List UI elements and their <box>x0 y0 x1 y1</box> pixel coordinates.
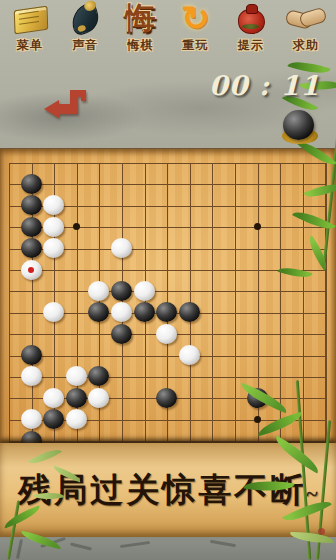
white-stone <box>43 195 64 215</box>
board-cell-8-10[interactable] <box>178 366 201 387</box>
toolbar: 菜单 声音 悔 悔棋 ↻ 重玩 提示 求助 <box>0 0 336 56</box>
board-cell-2-5[interactable] <box>42 259 65 280</box>
board-cell-9-12[interactable] <box>201 409 224 430</box>
board-cell-14-13[interactable] <box>314 430 336 444</box>
board-cell-6-13[interactable] <box>133 430 156 444</box>
board-cell-0-2[interactable] <box>0 195 20 216</box>
board-cell-7-5[interactable] <box>155 259 178 280</box>
board-cell-6-8[interactable] <box>133 323 156 344</box>
board-cell-7-6[interactable] <box>155 280 178 301</box>
board-cell-1-5[interactable] <box>20 259 43 280</box>
board-cell-7-4[interactable] <box>155 237 178 258</box>
board-cell-3-2[interactable] <box>65 195 88 216</box>
board-cell-1-3[interactable] <box>20 216 43 237</box>
board-cell-5-7[interactable] <box>110 302 133 323</box>
board-cell-14-7[interactable] <box>314 302 336 323</box>
board-cell-12-6[interactable] <box>268 280 291 301</box>
board-cell-9-1[interactable] <box>201 173 224 194</box>
board-cell-9-6[interactable] <box>201 280 224 301</box>
board-cell-7-10[interactable] <box>155 366 178 387</box>
sound-label: 声音 <box>72 38 98 52</box>
black-stone <box>156 302 177 322</box>
board-cell-5-6[interactable] <box>110 280 133 301</box>
board-cell-4-12[interactable] <box>88 409 111 430</box>
board-cell-5-0[interactable] <box>110 152 133 173</box>
board-cell-6-11[interactable] <box>133 387 156 408</box>
board-cell-11-0[interactable] <box>246 152 269 173</box>
board-cell-6-0[interactable] <box>133 152 156 173</box>
board-cell-3-6[interactable] <box>65 280 88 301</box>
board-cell-10-12[interactable] <box>223 409 246 430</box>
board-cell-8-4[interactable] <box>178 237 201 258</box>
replay-label: 重玩 <box>183 38 209 52</box>
board-cell-3-13[interactable] <box>65 430 88 444</box>
board-cell-6-12[interactable] <box>133 409 156 430</box>
turn-indicator-black-stone <box>280 110 318 148</box>
sound-button[interactable]: 声音 <box>59 2 111 56</box>
board-cell-13-6[interactable] <box>291 280 314 301</box>
board-cell-8-6[interactable] <box>178 280 201 301</box>
board-cell-10-2[interactable] <box>223 195 246 216</box>
white-stone <box>66 409 87 429</box>
board-cell-11-6[interactable] <box>246 280 269 301</box>
board-cell-14-9[interactable] <box>314 344 336 365</box>
board-cell-12-2[interactable] <box>268 195 291 216</box>
black-stone <box>156 388 177 408</box>
board-cell-10-7[interactable] <box>223 302 246 323</box>
board-cell-5-9[interactable] <box>110 344 133 365</box>
board-cell-12-10[interactable] <box>268 366 291 387</box>
board-cell-10-13[interactable] <box>223 430 246 444</box>
board-cell-4-11[interactable] <box>88 387 111 408</box>
board-cell-10-9[interactable] <box>223 344 246 365</box>
board-cell-0-12[interactable] <box>0 409 20 430</box>
white-stone <box>111 238 132 258</box>
white-stone <box>88 281 109 301</box>
white-stone <box>43 388 64 408</box>
board-cell-11-10[interactable] <box>246 366 269 387</box>
board-cell-2-11[interactable] <box>42 387 65 408</box>
board-cell-7-9[interactable] <box>155 344 178 365</box>
white-stone <box>21 366 42 386</box>
board-cell-4-0[interactable] <box>88 152 111 173</box>
black-stone <box>111 281 132 301</box>
scroll-icon <box>14 6 49 35</box>
board-cell-2-4[interactable] <box>42 237 65 258</box>
white-stone <box>43 238 64 258</box>
board-cell-5-3[interactable] <box>110 216 133 237</box>
board-cell-3-0[interactable] <box>65 152 88 173</box>
board-cell-4-2[interactable] <box>88 195 111 216</box>
board-cell-13-8[interactable] <box>291 323 314 344</box>
board-cell-8-8[interactable] <box>178 323 201 344</box>
board-cell-0-9[interactable] <box>0 344 20 365</box>
board-cell-1-12[interactable] <box>20 409 43 430</box>
board-cell-5-13[interactable] <box>110 430 133 444</box>
board-cell-1-8[interactable] <box>20 323 43 344</box>
black-stone <box>21 238 42 258</box>
board-cell-14-12[interactable] <box>314 409 336 430</box>
board-cell-2-9[interactable] <box>42 344 65 365</box>
board-cell-10-6[interactable] <box>223 280 246 301</box>
board-cell-9-9[interactable] <box>201 344 224 365</box>
timer-minutes: 00 <box>209 70 249 101</box>
board-cell-9-2[interactable] <box>201 195 224 216</box>
board-cell-5-4[interactable] <box>110 237 133 258</box>
black-stone <box>111 324 132 344</box>
board-cell-8-12[interactable] <box>178 409 201 430</box>
board-cell-12-0[interactable] <box>268 152 291 173</box>
board-cell-3-7[interactable] <box>65 302 88 323</box>
black-stone <box>21 174 42 194</box>
board-cell-0-0[interactable] <box>0 152 20 173</box>
board-cell-9-7[interactable] <box>201 302 224 323</box>
board-cell-2-6[interactable] <box>42 280 65 301</box>
board-cell-9-8[interactable] <box>201 323 224 344</box>
horn-icon <box>68 1 103 36</box>
board-cell-8-0[interactable] <box>178 152 201 173</box>
board-cell-12-7[interactable] <box>268 302 291 323</box>
board-cell-12-3[interactable] <box>268 216 291 237</box>
board-cell-13-11[interactable] <box>291 387 314 408</box>
board-cell-10-8[interactable] <box>223 323 246 344</box>
board-cell-10-5[interactable] <box>223 259 246 280</box>
board-grid <box>0 152 336 444</box>
undo-label: 悔棋 <box>127 38 153 52</box>
board-cell-10-3[interactable] <box>223 216 246 237</box>
timer-colon: : <box>259 70 270 101</box>
board-cell-7-12[interactable] <box>155 409 178 430</box>
board-cell-2-7[interactable] <box>42 302 65 323</box>
board-cell-2-1[interactable] <box>42 173 65 194</box>
board-cell-6-1[interactable] <box>133 173 156 194</box>
board-cell-0-11[interactable] <box>0 387 20 408</box>
board-cell-10-0[interactable] <box>223 152 246 173</box>
hint-label: 提示 <box>238 38 264 52</box>
board-cell-11-4[interactable] <box>246 237 269 258</box>
board-cell-12-9[interactable] <box>268 344 291 365</box>
board-cell-0-13[interactable] <box>0 430 20 444</box>
board-cell-4-7[interactable] <box>88 302 111 323</box>
timer: 00 : 11 <box>209 70 320 101</box>
board-cell-3-11[interactable] <box>65 387 88 408</box>
banner-flourish: ~ <box>306 481 317 506</box>
board-cell-8-13[interactable] <box>178 430 201 444</box>
board-cell-5-10[interactable] <box>110 366 133 387</box>
board-cell-8-9[interactable] <box>178 344 201 365</box>
undo-button[interactable]: 悔 悔棋 <box>114 2 166 56</box>
board-cell-1-6[interactable] <box>20 280 43 301</box>
board-cell-8-2[interactable] <box>178 195 201 216</box>
board-cell-7-1[interactable] <box>155 173 178 194</box>
board-cell-4-4[interactable] <box>88 237 111 258</box>
board-cell-14-11[interactable] <box>314 387 336 408</box>
white-stone <box>88 388 109 408</box>
board-cell-6-4[interactable] <box>133 237 156 258</box>
board-cell-9-0[interactable] <box>201 152 224 173</box>
white-stone <box>21 260 42 280</box>
board-cell-6-9[interactable] <box>133 344 156 365</box>
board-cell-4-8[interactable] <box>88 323 111 344</box>
board-cell-4-6[interactable] <box>88 280 111 301</box>
board-cell-1-4[interactable] <box>20 237 43 258</box>
board-cell-7-2[interactable] <box>155 195 178 216</box>
board-cell-4-1[interactable] <box>88 173 111 194</box>
board-cell-7-11[interactable] <box>155 387 178 408</box>
board-cell-7-3[interactable] <box>155 216 178 237</box>
board-cell-10-11[interactable] <box>223 387 246 408</box>
red-pouch-icon <box>238 9 265 34</box>
board-cell-8-7[interactable] <box>178 302 201 323</box>
black-stone <box>88 302 109 322</box>
board-cell-9-13[interactable] <box>201 430 224 444</box>
black-stone <box>21 431 42 444</box>
back-button[interactable] <box>44 86 92 128</box>
board-cell-1-13[interactable] <box>20 430 43 444</box>
board-cell-13-0[interactable] <box>291 152 314 173</box>
board-cell-11-3[interactable] <box>246 216 269 237</box>
board-cell-1-2[interactable] <box>20 195 43 216</box>
white-stone <box>156 324 177 344</box>
board-cell-3-8[interactable] <box>65 323 88 344</box>
board-cell-2-8[interactable] <box>42 323 65 344</box>
board-cell-13-7[interactable] <box>291 302 314 323</box>
board-cell-10-1[interactable] <box>223 173 246 194</box>
black-stone <box>134 302 155 322</box>
board-cell-2-13[interactable] <box>42 430 65 444</box>
board-cell-10-4[interactable] <box>223 237 246 258</box>
board-cell-2-10[interactable] <box>42 366 65 387</box>
board-cell-7-13[interactable] <box>155 430 178 444</box>
board-cell-6-3[interactable] <box>133 216 156 237</box>
gomoku-app-screen: 菜单 声音 悔 悔棋 ↻ 重玩 提示 求助 00 : 11 <box>0 0 336 560</box>
board-cell-3-12[interactable] <box>65 409 88 430</box>
board-cell-1-9[interactable] <box>20 344 43 365</box>
gomoku-board <box>0 148 336 444</box>
board-cell-3-10[interactable] <box>65 366 88 387</box>
board-cell-8-5[interactable] <box>178 259 201 280</box>
board-cell-4-10[interactable] <box>88 366 111 387</box>
board-cell-11-5[interactable] <box>246 259 269 280</box>
board-cell-8-11[interactable] <box>178 387 201 408</box>
last-move-marker <box>28 267 34 273</box>
board-cell-2-0[interactable] <box>42 152 65 173</box>
board-cell-14-6[interactable] <box>314 280 336 301</box>
board-cell-1-10[interactable] <box>20 366 43 387</box>
board-cell-12-4[interactable] <box>268 237 291 258</box>
board-cell-7-8[interactable] <box>155 323 178 344</box>
board-cell-11-8[interactable] <box>246 323 269 344</box>
handshake-icon <box>284 2 328 38</box>
board-cell-2-3[interactable] <box>42 216 65 237</box>
board-cell-8-1[interactable] <box>178 173 201 194</box>
board-cell-11-9[interactable] <box>246 344 269 365</box>
board-cell-6-7[interactable] <box>133 302 156 323</box>
board-cell-13-9[interactable] <box>291 344 314 365</box>
board-cell-3-1[interactable] <box>65 173 88 194</box>
board-cell-3-4[interactable] <box>65 237 88 258</box>
board-cell-13-10[interactable] <box>291 366 314 387</box>
board-cell-0-4[interactable] <box>0 237 20 258</box>
black-stone <box>21 217 42 237</box>
white-stone <box>179 345 200 365</box>
black-stone <box>21 345 42 365</box>
white-stone <box>43 302 64 322</box>
board-cell-0-7[interactable] <box>0 302 20 323</box>
board-cell-6-10[interactable] <box>133 366 156 387</box>
black-stone <box>88 366 109 386</box>
board-cell-5-12[interactable] <box>110 409 133 430</box>
board-cell-3-3[interactable] <box>65 216 88 237</box>
hint-button[interactable]: 提示 <box>225 2 277 56</box>
board-cell-9-11[interactable] <box>201 387 224 408</box>
board-cell-11-7[interactable] <box>246 302 269 323</box>
board-cell-0-3[interactable] <box>0 216 20 237</box>
black-stone <box>43 409 64 429</box>
board-cell-2-12[interactable] <box>42 409 65 430</box>
board-cell-5-1[interactable] <box>110 173 133 194</box>
board-cell-9-4[interactable] <box>201 237 224 258</box>
board-cell-2-2[interactable] <box>42 195 65 216</box>
board-cell-4-3[interactable] <box>88 216 111 237</box>
board-cell-7-0[interactable] <box>155 152 178 173</box>
board-cell-8-3[interactable] <box>178 216 201 237</box>
white-stone <box>134 281 155 301</box>
board-cell-1-0[interactable] <box>20 152 43 173</box>
board-cell-6-2[interactable] <box>133 195 156 216</box>
board-cell-4-9[interactable] <box>88 344 111 365</box>
board-cell-1-1[interactable] <box>20 173 43 194</box>
board-cell-6-5[interactable] <box>133 259 156 280</box>
board-cell-3-5[interactable] <box>65 259 88 280</box>
hui-character-icon: 悔 <box>118 0 162 36</box>
board-cell-0-6[interactable] <box>0 280 20 301</box>
board-cell-5-8[interactable] <box>110 323 133 344</box>
board-cell-4-5[interactable] <box>88 259 111 280</box>
board-cell-12-8[interactable] <box>268 323 291 344</box>
timer-seconds: 11 <box>280 70 320 101</box>
board-cell-0-8[interactable] <box>0 323 20 344</box>
menu-label: 菜单 <box>17 38 43 52</box>
black-stone-icon <box>283 110 314 140</box>
board-cell-4-13[interactable] <box>88 430 111 444</box>
white-stone <box>43 217 64 237</box>
board-cell-14-10[interactable] <box>314 366 336 387</box>
help-label: 求助 <box>293 38 319 52</box>
board-cell-5-2[interactable] <box>110 195 133 216</box>
board-cell-9-3[interactable] <box>201 216 224 237</box>
board-cell-9-10[interactable] <box>201 366 224 387</box>
menu-button[interactable]: 菜单 <box>4 2 56 56</box>
black-stone <box>179 302 200 322</box>
board-cell-5-11[interactable] <box>110 387 133 408</box>
board-cell-0-10[interactable] <box>0 366 20 387</box>
black-stone <box>21 195 42 215</box>
help-button[interactable]: 求助 <box>280 2 332 56</box>
board-cell-12-1[interactable] <box>268 173 291 194</box>
board-cell-7-7[interactable] <box>155 302 178 323</box>
replay-button[interactable]: ↻ 重玩 <box>170 2 222 56</box>
board-cell-5-5[interactable] <box>110 259 133 280</box>
board-cell-0-1[interactable] <box>0 173 20 194</box>
board-cell-6-6[interactable] <box>133 280 156 301</box>
board-cell-9-5[interactable] <box>201 259 224 280</box>
board-cell-3-9[interactable] <box>65 344 88 365</box>
black-stone <box>66 388 87 408</box>
board-cell-11-2[interactable] <box>246 195 269 216</box>
board-cell-1-11[interactable] <box>20 387 43 408</box>
board-cell-11-1[interactable] <box>246 173 269 194</box>
board-cell-1-7[interactable] <box>20 302 43 323</box>
circular-arrow-icon: ↻ <box>174 0 218 37</box>
white-stone <box>111 302 132 322</box>
board-cell-14-8[interactable] <box>314 323 336 344</box>
white-stone <box>21 409 42 429</box>
board-cell-0-5[interactable] <box>0 259 20 280</box>
white-stone <box>66 366 87 386</box>
